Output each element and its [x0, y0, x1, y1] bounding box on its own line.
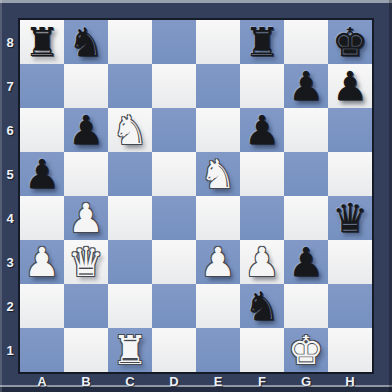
square-g4[interactable] — [284, 196, 328, 240]
board-frame: ♜♞♜♚♟♟♟♞♟♟♞♟♛♟♛♟♟♟♞♜♚ 87654321ABCDEFGH — [0, 0, 392, 392]
square-g1[interactable]: ♚ — [284, 328, 328, 372]
square-a2[interactable] — [20, 284, 64, 328]
rank-label-7: 7 — [0, 64, 20, 108]
square-e1[interactable] — [196, 328, 240, 372]
square-h5[interactable] — [328, 152, 372, 196]
piece-black-pawn[interactable]: ♟ — [288, 64, 324, 108]
square-c1[interactable]: ♜ — [108, 328, 152, 372]
file-label-h: H — [328, 372, 372, 391]
square-c4[interactable] — [108, 196, 152, 240]
piece-black-rook[interactable]: ♜ — [24, 20, 60, 64]
square-d2[interactable] — [152, 284, 196, 328]
file-label-c: C — [108, 372, 152, 391]
piece-black-knight[interactable]: ♞ — [244, 284, 280, 328]
piece-black-rook[interactable]: ♜ — [244, 20, 280, 64]
square-a8[interactable]: ♜ — [20, 20, 64, 64]
rank-label-1: 1 — [0, 328, 20, 372]
square-f3[interactable]: ♟ — [240, 240, 284, 284]
square-e8[interactable] — [196, 20, 240, 64]
square-g6[interactable] — [284, 108, 328, 152]
square-d3[interactable] — [152, 240, 196, 284]
piece-black-king[interactable]: ♚ — [332, 20, 368, 64]
square-a4[interactable] — [20, 196, 64, 240]
square-f7[interactable] — [240, 64, 284, 108]
square-g8[interactable] — [284, 20, 328, 64]
square-h8[interactable]: ♚ — [328, 20, 372, 64]
square-b3[interactable]: ♛ — [64, 240, 108, 284]
square-e2[interactable] — [196, 284, 240, 328]
square-e5[interactable]: ♞ — [196, 152, 240, 196]
square-d5[interactable] — [152, 152, 196, 196]
square-f1[interactable] — [240, 328, 284, 372]
piece-black-pawn[interactable]: ♟ — [332, 64, 368, 108]
file-label-a: A — [20, 372, 64, 391]
square-f8[interactable]: ♜ — [240, 20, 284, 64]
square-c3[interactable] — [108, 240, 152, 284]
file-label-f: F — [240, 372, 284, 391]
piece-white-pawn[interactable]: ♟ — [244, 240, 280, 284]
square-g2[interactable] — [284, 284, 328, 328]
square-b1[interactable] — [64, 328, 108, 372]
piece-white-knight[interactable]: ♞ — [200, 152, 236, 196]
file-label-g: G — [284, 372, 328, 391]
square-b5[interactable] — [64, 152, 108, 196]
square-h6[interactable] — [328, 108, 372, 152]
square-c8[interactable] — [108, 20, 152, 64]
square-d6[interactable] — [152, 108, 196, 152]
piece-white-pawn[interactable]: ♟ — [24, 240, 60, 284]
square-a1[interactable] — [20, 328, 64, 372]
square-a5[interactable]: ♟ — [20, 152, 64, 196]
square-h4[interactable]: ♛ — [328, 196, 372, 240]
piece-white-pawn[interactable]: ♟ — [68, 196, 104, 240]
square-b7[interactable] — [64, 64, 108, 108]
square-a3[interactable]: ♟ — [20, 240, 64, 284]
square-e6[interactable] — [196, 108, 240, 152]
chess-board: ♜♞♜♚♟♟♟♞♟♟♞♟♛♟♛♟♟♟♞♜♚ — [20, 20, 372, 372]
piece-white-queen[interactable]: ♛ — [68, 240, 104, 284]
rank-label-4: 4 — [0, 196, 20, 240]
piece-black-pawn[interactable]: ♟ — [24, 152, 60, 196]
piece-black-pawn[interactable]: ♟ — [288, 240, 324, 284]
square-h3[interactable] — [328, 240, 372, 284]
file-label-d: D — [152, 372, 196, 391]
square-c6[interactable]: ♞ — [108, 108, 152, 152]
rank-label-3: 3 — [0, 240, 20, 284]
square-h1[interactable] — [328, 328, 372, 372]
square-b6[interactable]: ♟ — [64, 108, 108, 152]
square-b2[interactable] — [64, 284, 108, 328]
rank-label-5: 5 — [0, 152, 20, 196]
piece-black-knight[interactable]: ♞ — [68, 20, 104, 64]
square-c2[interactable] — [108, 284, 152, 328]
piece-white-knight[interactable]: ♞ — [112, 108, 148, 152]
piece-white-king[interactable]: ♚ — [288, 328, 324, 372]
square-e3[interactable]: ♟ — [196, 240, 240, 284]
piece-white-pawn[interactable]: ♟ — [200, 240, 236, 284]
square-g3[interactable]: ♟ — [284, 240, 328, 284]
square-h7[interactable]: ♟ — [328, 64, 372, 108]
piece-black-pawn[interactable]: ♟ — [68, 108, 104, 152]
square-f6[interactable]: ♟ — [240, 108, 284, 152]
square-a6[interactable] — [20, 108, 64, 152]
square-g7[interactable]: ♟ — [284, 64, 328, 108]
rank-label-6: 6 — [0, 108, 20, 152]
piece-white-rook[interactable]: ♜ — [112, 328, 148, 372]
square-d1[interactable] — [152, 328, 196, 372]
square-d7[interactable] — [152, 64, 196, 108]
piece-black-pawn[interactable]: ♟ — [244, 108, 280, 152]
square-g5[interactable] — [284, 152, 328, 196]
file-label-e: E — [196, 372, 240, 391]
square-e7[interactable] — [196, 64, 240, 108]
square-c5[interactable] — [108, 152, 152, 196]
rank-label-8: 8 — [0, 20, 20, 64]
piece-black-queen[interactable]: ♛ — [332, 196, 368, 240]
square-a7[interactable] — [20, 64, 64, 108]
square-e4[interactable] — [196, 196, 240, 240]
square-h2[interactable] — [328, 284, 372, 328]
square-f2[interactable]: ♞ — [240, 284, 284, 328]
square-b8[interactable]: ♞ — [64, 20, 108, 64]
square-c7[interactable] — [108, 64, 152, 108]
rank-label-2: 2 — [0, 284, 20, 328]
square-d8[interactable] — [152, 20, 196, 64]
file-label-b: B — [64, 372, 108, 391]
square-b4[interactable]: ♟ — [64, 196, 108, 240]
square-f5[interactable] — [240, 152, 284, 196]
square-d4[interactable] — [152, 196, 196, 240]
square-f4[interactable] — [240, 196, 284, 240]
